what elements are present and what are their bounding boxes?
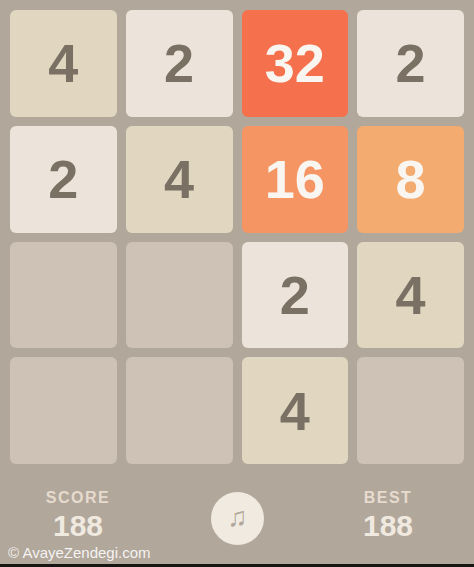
score-label: SCORE bbox=[28, 489, 128, 507]
tile-32-r1c3: 32 bbox=[242, 10, 349, 117]
best-block: BEST 188 bbox=[338, 489, 438, 542]
empty-cell-r4c2 bbox=[126, 357, 233, 464]
score-value: 188 bbox=[28, 510, 128, 542]
empty-cell-r3c2 bbox=[126, 242, 233, 349]
score-block: SCORE 188 bbox=[28, 489, 128, 542]
best-value: 188 bbox=[338, 510, 438, 542]
best-label: BEST bbox=[338, 489, 438, 507]
empty-cell-r4c1 bbox=[10, 357, 117, 464]
music-button[interactable]: ♫ bbox=[211, 492, 264, 545]
tile-4-r2c2: 4 bbox=[126, 126, 233, 233]
music-note-icon: ♫ bbox=[227, 504, 247, 531]
game-2048-app: 4232224168244 SCORE 188 ♫ BEST 188 © Ava… bbox=[0, 0, 474, 567]
tile-4-r4c3: 4 bbox=[242, 357, 349, 464]
watermark: © AvayeZendegi.com bbox=[8, 544, 151, 561]
tile-4-r3c4: 4 bbox=[357, 242, 464, 349]
empty-cell-r3c1 bbox=[10, 242, 117, 349]
tile-2-r2c1: 2 bbox=[10, 126, 117, 233]
tile-2-r1c2: 2 bbox=[126, 10, 233, 117]
empty-cell-r4c4 bbox=[357, 357, 464, 464]
tile-2-r1c4: 2 bbox=[357, 10, 464, 117]
board-grid[interactable]: 4232224168244 bbox=[0, 0, 474, 474]
tile-16-r2c3: 16 bbox=[242, 126, 349, 233]
tile-2-r3c3: 2 bbox=[242, 242, 349, 349]
tile-4-r1c1: 4 bbox=[10, 10, 117, 117]
tile-8-r2c4: 8 bbox=[357, 126, 464, 233]
